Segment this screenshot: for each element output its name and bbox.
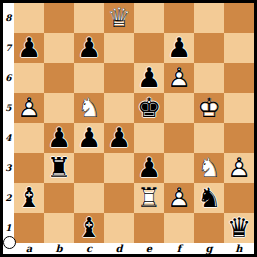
square-c1[interactable]: ♝ — [74, 213, 104, 243]
black-pawn-e3: ♟ — [134, 153, 164, 183]
black-pawn-e6: ♟ — [134, 63, 164, 93]
square-f5[interactable] — [164, 93, 194, 123]
square-c5[interactable]: ♞♘ — [74, 93, 104, 123]
square-e5[interactable]: ♚ — [134, 93, 164, 123]
rank-label-2: 2 — [3, 183, 14, 213]
square-g6[interactable] — [194, 63, 224, 93]
square-e6[interactable]: ♟ — [134, 63, 164, 93]
square-h4[interactable] — [224, 123, 254, 153]
square-b3[interactable]: ♜ — [44, 153, 74, 183]
square-b7[interactable] — [44, 33, 74, 63]
white-pawn-f6: ♟♙ — [164, 63, 194, 93]
black-rook-b3: ♜ — [44, 153, 74, 183]
black-bishop-glyph: ♝ — [14, 183, 44, 213]
square-a6[interactable] — [14, 63, 44, 93]
white-pawn-h3: ♟♙ — [224, 153, 254, 183]
white-pawn-outline: ♙ — [164, 63, 194, 93]
black-pawn-f7: ♟ — [164, 33, 194, 63]
square-d8[interactable]: ♛♕ — [104, 3, 134, 33]
black-pawn-d4: ♟ — [104, 123, 134, 153]
square-g2[interactable]: ♞ — [194, 183, 224, 213]
square-d7[interactable] — [104, 33, 134, 63]
square-c2[interactable] — [74, 183, 104, 213]
square-b5[interactable] — [44, 93, 74, 123]
square-c3[interactable] — [74, 153, 104, 183]
square-a8[interactable] — [14, 3, 44, 33]
square-a2[interactable]: ♝ — [14, 183, 44, 213]
square-b4[interactable]: ♟ — [44, 123, 74, 153]
black-rook-glyph: ♜ — [44, 153, 74, 183]
square-e3[interactable]: ♟ — [134, 153, 164, 183]
square-h6[interactable] — [224, 63, 254, 93]
black-queen-glyph: ♛ — [224, 213, 254, 243]
rank-labels: 87654321 — [3, 3, 14, 243]
file-label-b: b — [44, 243, 74, 254]
square-f3[interactable] — [164, 153, 194, 183]
rank-label-5: 5 — [3, 93, 14, 123]
square-b6[interactable] — [44, 63, 74, 93]
square-b2[interactable] — [44, 183, 74, 213]
black-pawn-glyph: ♟ — [74, 33, 104, 63]
rank-label-7: 7 — [3, 33, 14, 63]
white-king-g5: ♚♔ — [194, 93, 224, 123]
black-pawn-c4: ♟ — [74, 123, 104, 153]
square-c7[interactable]: ♟ — [74, 33, 104, 63]
white-pawn-outline: ♙ — [14, 93, 44, 123]
square-f6[interactable]: ♟♙ — [164, 63, 194, 93]
black-pawn-glyph: ♟ — [134, 63, 164, 93]
square-d2[interactable] — [104, 183, 134, 213]
square-g5[interactable]: ♚♔ — [194, 93, 224, 123]
white-pawn-outline: ♙ — [164, 183, 194, 213]
square-g4[interactable] — [194, 123, 224, 153]
white-pawn-f2: ♟♙ — [164, 183, 194, 213]
black-pawn-glyph: ♟ — [14, 33, 44, 63]
square-h1[interactable]: ♛ — [224, 213, 254, 243]
square-g1[interactable] — [194, 213, 224, 243]
black-pawn-glyph: ♟ — [74, 123, 104, 153]
white-king-outline: ♔ — [194, 93, 224, 123]
square-c6[interactable] — [74, 63, 104, 93]
black-pawn-a7: ♟ — [14, 33, 44, 63]
square-c4[interactable]: ♟ — [74, 123, 104, 153]
white-knight-g3: ♞♘ — [194, 153, 224, 183]
square-g8[interactable] — [194, 3, 224, 33]
square-a3[interactable] — [14, 153, 44, 183]
square-b1[interactable] — [44, 213, 74, 243]
black-bishop-a2: ♝ — [14, 183, 44, 213]
square-d6[interactable] — [104, 63, 134, 93]
black-pawn-c7: ♟ — [74, 33, 104, 63]
square-h8[interactable] — [224, 3, 254, 33]
chess-diagram: 87654321 ♛♕♟♟♟♟♟♙♟♙♞♘♚♚♔♟♟♟♜♟♞♘♟♙♝♜♖♟♙♞♝… — [0, 0, 257, 257]
white-knight-c5: ♞♘ — [74, 93, 104, 123]
file-label-f: f — [164, 243, 194, 254]
file-label-h: h — [224, 243, 254, 254]
white-to-move-indicator — [3, 236, 16, 249]
square-f7[interactable]: ♟ — [164, 33, 194, 63]
square-e2[interactable]: ♜♖ — [134, 183, 164, 213]
square-a7[interactable]: ♟ — [14, 33, 44, 63]
square-g7[interactable] — [194, 33, 224, 63]
board: ♛♕♟♟♟♟♟♙♟♙♞♘♚♚♔♟♟♟♜♟♞♘♟♙♝♜♖♟♙♞♝♛ — [14, 3, 254, 243]
square-d3[interactable] — [104, 153, 134, 183]
square-f1[interactable] — [164, 213, 194, 243]
black-knight-glyph: ♞ — [194, 183, 224, 213]
square-h7[interactable] — [224, 33, 254, 63]
square-c8[interactable] — [74, 3, 104, 33]
black-bishop-c1: ♝ — [74, 213, 104, 243]
black-king-glyph: ♚ — [134, 93, 164, 123]
rank-label-8: 8 — [3, 3, 14, 33]
square-d4[interactable]: ♟ — [104, 123, 134, 153]
square-e7[interactable] — [134, 33, 164, 63]
square-b8[interactable] — [44, 3, 74, 33]
black-knight-g2: ♞ — [194, 183, 224, 213]
square-a5[interactable]: ♟♙ — [14, 93, 44, 123]
white-pawn-a5: ♟♙ — [14, 93, 44, 123]
square-a4[interactable] — [14, 123, 44, 153]
black-pawn-b4: ♟ — [44, 123, 74, 153]
black-pawn-glyph: ♟ — [44, 123, 74, 153]
square-e1[interactable] — [134, 213, 164, 243]
file-label-d: d — [104, 243, 134, 254]
square-f4[interactable] — [164, 123, 194, 153]
square-f2[interactable]: ♟♙ — [164, 183, 194, 213]
black-bishop-glyph: ♝ — [74, 213, 104, 243]
square-a1[interactable] — [14, 213, 44, 243]
file-label-g: g — [194, 243, 224, 254]
file-label-a: a — [14, 243, 44, 254]
square-h2[interactable] — [224, 183, 254, 213]
white-knight-outline: ♘ — [74, 93, 104, 123]
square-f8[interactable] — [164, 3, 194, 33]
white-knight-outline: ♘ — [194, 153, 224, 183]
square-d1[interactable] — [104, 213, 134, 243]
square-g3[interactable]: ♞♘ — [194, 153, 224, 183]
rank-label-3: 3 — [3, 153, 14, 183]
rank-label-6: 6 — [3, 63, 14, 93]
black-pawn-glyph: ♟ — [134, 153, 164, 183]
black-pawn-glyph: ♟ — [164, 33, 194, 63]
square-e8[interactable] — [134, 3, 164, 33]
file-label-e: e — [134, 243, 164, 254]
black-queen-h1: ♛ — [224, 213, 254, 243]
rank-label-4: 4 — [3, 123, 14, 153]
file-labels: abcdefgh — [14, 243, 254, 254]
square-h3[interactable]: ♟♙ — [224, 153, 254, 183]
file-label-c: c — [74, 243, 104, 254]
white-queen-d8: ♛♕ — [104, 3, 134, 33]
square-d5[interactable] — [104, 93, 134, 123]
square-h5[interactable] — [224, 93, 254, 123]
white-rook-e2: ♜♖ — [134, 183, 164, 213]
square-e4[interactable] — [134, 123, 164, 153]
white-pawn-outline: ♙ — [224, 153, 254, 183]
black-pawn-glyph: ♟ — [104, 123, 134, 153]
white-rook-outline: ♖ — [134, 183, 164, 213]
black-king-e5: ♚ — [134, 93, 164, 123]
white-queen-outline: ♕ — [104, 3, 134, 33]
